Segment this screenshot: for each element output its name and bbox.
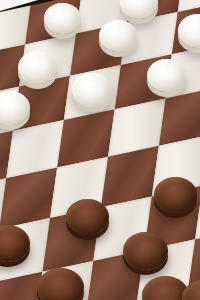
white-checker-piece[interactable] bbox=[18, 51, 57, 84]
white-checker-piece[interactable] bbox=[99, 20, 137, 52]
brown-checker-piece[interactable] bbox=[154, 177, 197, 213]
white-checker-piece[interactable] bbox=[44, 3, 81, 34]
brown-checker-piece[interactable] bbox=[123, 232, 168, 270]
white-checker-piece[interactable] bbox=[72, 73, 112, 107]
checkers-board-photo bbox=[0, 0, 200, 300]
checkers-board bbox=[0, 0, 200, 300]
board-grid bbox=[0, 0, 200, 300]
brown-checker-piece[interactable] bbox=[66, 199, 109, 235]
white-checker-piece[interactable] bbox=[147, 59, 186, 92]
brown-checker-piece[interactable] bbox=[37, 268, 84, 300]
